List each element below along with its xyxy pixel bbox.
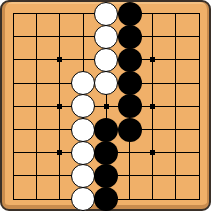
hoshi-point	[104, 104, 109, 109]
hoshi-point	[57, 104, 62, 109]
black-stone[interactable]	[118, 2, 142, 26]
white-stone[interactable]	[71, 187, 95, 211]
black-stone[interactable]	[118, 118, 142, 142]
black-stone[interactable]	[94, 118, 118, 142]
white-stone[interactable]	[94, 71, 118, 95]
white-stone[interactable]	[94, 25, 118, 49]
white-stone[interactable]	[94, 48, 118, 72]
hoshi-point	[57, 150, 62, 155]
black-stone[interactable]	[94, 141, 118, 165]
hoshi-point	[57, 57, 62, 62]
black-stone[interactable]	[118, 71, 142, 95]
black-stone[interactable]	[118, 94, 142, 118]
black-stone[interactable]	[118, 48, 142, 72]
white-stone[interactable]	[71, 71, 95, 95]
go-board[interactable]	[0, 0, 211, 211]
white-stone[interactable]	[71, 118, 95, 142]
white-stone[interactable]	[71, 94, 95, 118]
grid-line-vertical	[175, 13, 176, 200]
page-background	[0, 0, 211, 211]
white-stone[interactable]	[71, 141, 95, 165]
hoshi-point	[150, 150, 155, 155]
black-stone[interactable]	[94, 164, 118, 188]
black-stone[interactable]	[94, 187, 118, 211]
grid-line-vertical	[199, 13, 200, 200]
hoshi-point	[150, 57, 155, 62]
white-stone[interactable]	[71, 164, 95, 188]
white-stone[interactable]	[94, 2, 118, 26]
black-stone[interactable]	[118, 25, 142, 49]
hoshi-point	[150, 104, 155, 109]
